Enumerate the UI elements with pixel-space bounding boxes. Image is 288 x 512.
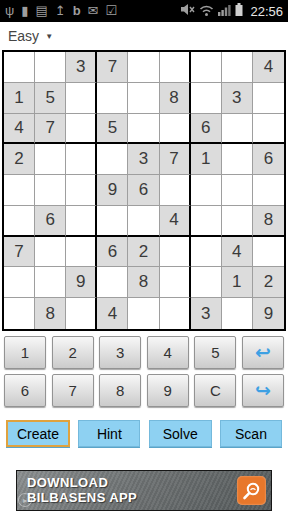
difficulty-dropdown[interactable]: Easy ▼	[8, 26, 53, 46]
cell-r2c1[interactable]: 1	[4, 83, 35, 114]
cell-r9c7[interactable]: 3	[191, 298, 222, 329]
numpad-1-button[interactable]: 1	[4, 336, 46, 369]
cell-r4c2[interactable]	[35, 144, 66, 175]
signal-icon	[218, 2, 231, 20]
cell-r8c8[interactable]: 1	[222, 267, 253, 298]
cell-r6c5[interactable]	[128, 206, 159, 237]
cell-r3c2[interactable]: 7	[35, 114, 66, 145]
numpad-5-button[interactable]: 5	[194, 336, 236, 369]
clipboard-check-icon: ☑	[106, 0, 118, 22]
cell-r6c6[interactable]: 4	[160, 206, 191, 237]
cell-r1c3[interactable]: 3	[66, 52, 97, 83]
magnifier-icon	[237, 476, 266, 505]
document-x-icon: ▤	[35, 0, 47, 22]
cell-r3c8[interactable]	[222, 114, 253, 145]
cell-r6c2[interactable]: 6	[35, 206, 66, 237]
cell-r4c5[interactable]: 3	[128, 144, 159, 175]
b-app-icon: b	[73, 0, 81, 22]
cell-r4c4[interactable]	[97, 144, 128, 175]
cell-r4c9[interactable]: 6	[253, 144, 284, 175]
cell-r6c4[interactable]	[97, 206, 128, 237]
cell-r8c1[interactable]	[4, 267, 35, 298]
cell-r4c6[interactable]: 7	[160, 144, 191, 175]
ad-choices-icon: ▸	[18, 493, 32, 507]
cell-r5c5[interactable]: 6	[128, 175, 159, 206]
notification-icons: ψ ▮ ▤ ↥ b ✉ ☑	[5, 0, 181, 22]
battery-small-icon: ▮	[21, 0, 28, 22]
create-button[interactable]: Create	[6, 420, 70, 447]
cell-r4c8[interactable]	[222, 144, 253, 175]
cell-r4c3[interactable]	[66, 144, 97, 175]
cell-r9c5[interactable]	[128, 298, 159, 329]
cell-r4c7[interactable]: 1	[191, 144, 222, 175]
cell-r3c6[interactable]	[160, 114, 191, 145]
cell-r1c6[interactable]	[160, 52, 191, 83]
cell-r4c1[interactable]: 2	[4, 144, 35, 175]
numpad-9-button[interactable]: 9	[147, 374, 189, 407]
cell-r5c1[interactable]	[4, 175, 35, 206]
cell-r6c1[interactable]	[4, 206, 35, 237]
undo-icon: ↩	[255, 341, 271, 364]
cell-r5c4[interactable]: 9	[97, 175, 128, 206]
wifi-icon	[199, 2, 214, 20]
cell-r6c3[interactable]	[66, 206, 97, 237]
ad-line1: DOWNLOAD	[27, 475, 137, 490]
battery-icon	[235, 2, 243, 20]
usb-icon: ψ	[5, 0, 14, 22]
cell-r8c5[interactable]: 8	[128, 267, 159, 298]
action-button-row: Create Hint Solve Scan	[0, 420, 288, 447]
cell-r1c9[interactable]: 4	[253, 52, 284, 83]
system-status-icons: 22:56	[181, 2, 283, 20]
numpad-2-button[interactable]: 2	[52, 336, 94, 369]
chevron-down-icon: ▼	[45, 32, 53, 41]
cell-r3c3[interactable]	[66, 114, 97, 145]
cell-r7c3[interactable]	[66, 237, 97, 268]
cell-r8c4[interactable]	[97, 267, 128, 298]
cell-r5c3[interactable]	[66, 175, 97, 206]
cell-r9c9[interactable]: 9	[253, 298, 284, 329]
cell-r2c9[interactable]	[253, 83, 284, 114]
cell-r1c4[interactable]: 7	[97, 52, 128, 83]
cell-r9c2[interactable]: 8	[35, 298, 66, 329]
numpad-4-button[interactable]: 4	[147, 336, 189, 369]
cell-r7c8[interactable]: 4	[222, 237, 253, 268]
clock: 22:56	[250, 4, 283, 19]
cell-r9c3[interactable]	[66, 298, 97, 329]
cell-r2c2[interactable]: 5	[35, 83, 66, 114]
redo-icon: ↪	[255, 379, 271, 402]
cell-r8c2[interactable]	[35, 267, 66, 298]
cell-r3c1[interactable]: 4	[4, 114, 35, 145]
cell-r8c9[interactable]: 2	[253, 267, 284, 298]
cell-r3c7[interactable]: 6	[191, 114, 222, 145]
cell-r2c4[interactable]	[97, 83, 128, 114]
sudoku-app-screen: ψ ▮ ▤ ↥ b ✉ ☑ 22:56 Easy ▼	[0, 0, 288, 512]
cell-r6c7[interactable]	[191, 206, 222, 237]
undo-button[interactable]: ↩	[242, 336, 284, 369]
numpad-row-1: 1 2 3 4 5 ↩	[0, 336, 288, 369]
numpad-8-button[interactable]: 8	[99, 374, 141, 407]
cell-r3c5[interactable]	[128, 114, 159, 145]
cell-r2c6[interactable]: 8	[160, 83, 191, 114]
ad-line2: BILBASENS APP	[27, 490, 137, 505]
cell-r3c4[interactable]: 5	[97, 114, 128, 145]
cell-r8c3[interactable]: 9	[66, 267, 97, 298]
numpad-6-button[interactable]: 6	[4, 374, 46, 407]
status-bar: ψ ▮ ▤ ↥ b ✉ ☑ 22:56	[0, 0, 288, 22]
cell-r1c8[interactable]	[222, 52, 253, 83]
difficulty-label: Easy	[8, 28, 39, 44]
cell-r7c4[interactable]: 6	[97, 237, 128, 268]
cell-r7c1[interactable]: 7	[4, 237, 35, 268]
cell-r5c8[interactable]	[222, 175, 253, 206]
clear-button[interactable]: C	[194, 374, 236, 407]
cell-r7c5[interactable]: 2	[128, 237, 159, 268]
cell-r5c7[interactable]	[191, 175, 222, 206]
cell-r3c9[interactable]	[253, 114, 284, 145]
sudoku-board: 374158347562371696648762498128439	[2, 50, 286, 331]
upload-icon: ↥	[55, 0, 66, 22]
mute-icon	[181, 2, 195, 20]
cell-r7c9[interactable]	[253, 237, 284, 268]
mail-icon: ✉	[88, 0, 99, 22]
cell-r9c4[interactable]: 4	[97, 298, 128, 329]
ad-banner[interactable]: DOWNLOAD BILBASENS APP ▸	[16, 470, 272, 511]
cell-r8c6[interactable]	[160, 267, 191, 298]
cell-r1c1[interactable]	[4, 52, 35, 83]
cell-r7c7[interactable]	[191, 237, 222, 268]
cell-r2c5[interactable]	[128, 83, 159, 114]
ad-text: DOWNLOAD BILBASENS APP	[27, 475, 137, 505]
cell-r6c8[interactable]	[222, 206, 253, 237]
cell-r2c3[interactable]	[66, 83, 97, 114]
numpad-3-button[interactable]: 3	[99, 336, 141, 369]
cell-r7c2[interactable]	[35, 237, 66, 268]
cell-r7c6[interactable]	[160, 237, 191, 268]
scan-button[interactable]: Scan	[220, 420, 282, 447]
cell-r2c8[interactable]: 3	[222, 83, 253, 114]
cell-r1c7[interactable]	[191, 52, 222, 83]
numpad-7-button[interactable]: 7	[52, 374, 94, 407]
cell-r1c2[interactable]	[35, 52, 66, 83]
cell-r8c7[interactable]	[191, 267, 222, 298]
cell-r2c7[interactable]	[191, 83, 222, 114]
cell-r5c6[interactable]	[160, 175, 191, 206]
hint-button[interactable]: Hint	[78, 420, 140, 447]
cell-r6c9[interactable]: 8	[253, 206, 284, 237]
cell-r9c1[interactable]	[4, 298, 35, 329]
cell-r9c8[interactable]	[222, 298, 253, 329]
cell-r1c5[interactable]	[128, 52, 159, 83]
cell-r9c6[interactable]	[160, 298, 191, 329]
solve-button[interactable]: Solve	[149, 420, 212, 447]
cell-r5c2[interactable]	[35, 175, 66, 206]
numpad-row-2: 6 7 8 9 C ↪	[0, 374, 288, 407]
redo-button[interactable]: ↪	[242, 374, 284, 407]
cell-r5c9[interactable]	[253, 175, 284, 206]
